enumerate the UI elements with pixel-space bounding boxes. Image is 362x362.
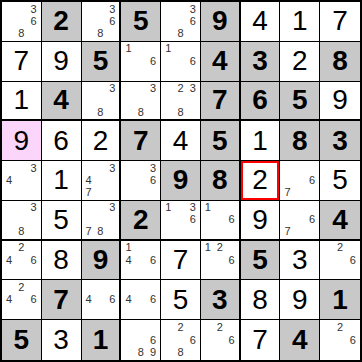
pencil-digit-6: 6 bbox=[187, 55, 199, 67]
pencil-digit-8: 8 bbox=[174, 106, 186, 118]
pencil-marks: 238 bbox=[162, 83, 199, 119]
cell-r2c6[interactable]: 4 bbox=[201, 42, 241, 82]
pencil-digit-3: 3 bbox=[28, 202, 40, 214]
cell-r4c9[interactable]: 3 bbox=[320, 121, 360, 161]
filled-digit: 1 bbox=[252, 127, 268, 155]
given-digit: 7 bbox=[133, 127, 149, 155]
filled-digit: 6 bbox=[53, 127, 69, 155]
filled-digit: 1 bbox=[14, 86, 30, 114]
pencil-digit-1: 1 bbox=[162, 43, 174, 55]
cell-r9c5[interactable]: 268 bbox=[161, 320, 201, 360]
pencil-digit-4: 4 bbox=[3, 254, 15, 266]
filled-digit: 9 bbox=[292, 286, 308, 314]
filled-digit: 2 bbox=[252, 166, 268, 194]
pencil-digit-6: 6 bbox=[28, 294, 40, 306]
filled-digit: 4 bbox=[173, 127, 189, 155]
cell-r7c1[interactable]: 246 bbox=[2, 241, 42, 281]
pencil-digit-8: 8 bbox=[94, 28, 106, 40]
cell-r6c3[interactable]: 378 bbox=[82, 201, 122, 241]
pencil-digit-8: 8 bbox=[135, 346, 147, 359]
pencil-marks: 26 bbox=[321, 242, 359, 279]
pencil-digit-6: 6 bbox=[147, 334, 159, 347]
pencil-digit-8: 8 bbox=[15, 28, 27, 40]
pencil-digit-6: 6 bbox=[226, 334, 238, 347]
cell-r5c2[interactable]: 1 bbox=[42, 161, 82, 201]
pencil-digit-7: 7 bbox=[83, 226, 95, 238]
cell-r2c3[interactable]: 5 bbox=[82, 42, 122, 82]
cell-r8c3[interactable]: 46 bbox=[82, 280, 122, 320]
given-digit: 2 bbox=[133, 206, 149, 234]
given-digit: 4 bbox=[332, 206, 348, 234]
filled-digit: 5 bbox=[53, 206, 69, 234]
cell-r2c5[interactable]: 16 bbox=[161, 42, 201, 82]
cell-r8c1[interactable]: 246 bbox=[2, 280, 42, 320]
pencil-digit-4: 4 bbox=[3, 294, 15, 306]
pencil-digit-1: 1 bbox=[202, 202, 214, 214]
pencil-digit-8: 8 bbox=[174, 28, 186, 40]
cell-r3c8[interactable]: 5 bbox=[280, 82, 320, 122]
cell-r8c6[interactable]: 3 bbox=[201, 280, 241, 320]
pencil-marks: 146 bbox=[122, 242, 159, 279]
cell-r2c7[interactable]: 3 bbox=[241, 42, 281, 82]
filled-digit: 7 bbox=[14, 47, 30, 75]
given-digit: 5 bbox=[14, 326, 30, 354]
sudoku-board: 3682368536894177951616432814383823876599… bbox=[0, 0, 362, 362]
pencil-marks: 38 bbox=[122, 83, 159, 119]
filled-digit: 3 bbox=[53, 326, 69, 354]
pencil-digit-6: 6 bbox=[187, 214, 199, 226]
pencil-marks: 368 bbox=[83, 3, 119, 40]
cell-r5c1[interactable]: 34 bbox=[2, 161, 42, 201]
pencil-digit-8: 8 bbox=[15, 226, 27, 238]
given-digit: 3 bbox=[212, 286, 228, 314]
pencil-marks: 16 bbox=[202, 202, 238, 238]
pencil-marks: 16 bbox=[122, 43, 159, 80]
cell-r7c8[interactable]: 3 bbox=[280, 241, 320, 281]
given-digit: 9 bbox=[173, 166, 189, 194]
pencil-digit-4: 4 bbox=[3, 174, 15, 186]
pencil-digit-3: 3 bbox=[28, 3, 40, 15]
pencil-digit-9: 9 bbox=[147, 346, 159, 359]
cell-r7c6[interactable]: 126 bbox=[201, 241, 241, 281]
filled-digit: 9 bbox=[332, 86, 348, 114]
cell-r2c9[interactable]: 8 bbox=[320, 42, 360, 82]
filled-digit: 7 bbox=[332, 7, 348, 35]
filled-digit: 5 bbox=[332, 166, 348, 194]
pencil-digit-6: 6 bbox=[28, 254, 40, 266]
pencil-marks: 246 bbox=[3, 242, 40, 279]
cell-r3c9[interactable]: 9 bbox=[320, 82, 360, 122]
cell-r6c2[interactable]: 5 bbox=[42, 201, 82, 241]
cell-r7c4[interactable]: 146 bbox=[121, 241, 161, 281]
pencil-digit-2: 2 bbox=[15, 281, 27, 293]
cell-r6c7[interactable]: 9 bbox=[241, 201, 281, 241]
cell-r3c3[interactable]: 38 bbox=[82, 82, 122, 122]
given-digit: 8 bbox=[292, 127, 308, 155]
filled-digit: 8 bbox=[252, 286, 268, 314]
pencil-digit-6: 6 bbox=[147, 254, 159, 266]
given-digit: 6 bbox=[252, 86, 268, 114]
cell-r8c7[interactable]: 8 bbox=[241, 280, 281, 320]
cell-r1c9[interactable]: 7 bbox=[320, 2, 360, 42]
filled-digit: 1 bbox=[53, 166, 69, 194]
filled-digit: 8 bbox=[53, 246, 69, 274]
cell-r8c5[interactable]: 5 bbox=[161, 280, 201, 320]
pencil-digit-6: 6 bbox=[28, 15, 40, 27]
cell-r1c2[interactable]: 2 bbox=[42, 2, 82, 42]
pencil-marks: 246 bbox=[3, 281, 40, 318]
pencil-digit-4: 4 bbox=[83, 174, 95, 186]
pencil-digit-6: 6 bbox=[346, 334, 359, 347]
pencil-marks: 67 bbox=[281, 162, 318, 199]
pencil-digit-8: 8 bbox=[94, 106, 106, 118]
pencil-marks: 368 bbox=[162, 3, 199, 40]
pencil-digit-7: 7 bbox=[83, 187, 95, 199]
cell-r3c2[interactable]: 4 bbox=[42, 82, 82, 122]
cell-r4c3[interactable]: 2 bbox=[82, 121, 122, 161]
cell-r5c5[interactable]: 9 bbox=[161, 161, 201, 201]
cell-r6c6[interactable]: 16 bbox=[201, 201, 241, 241]
cell-r3c4[interactable]: 38 bbox=[121, 82, 161, 122]
cell-r9c4[interactable]: 689 bbox=[121, 320, 161, 360]
given-digit: 2 bbox=[53, 7, 69, 35]
cell-r3c1[interactable]: 1 bbox=[2, 82, 42, 122]
cell-r8c4[interactable]: 46 bbox=[121, 280, 161, 320]
pencil-digit-2: 2 bbox=[174, 83, 186, 95]
cell-r8c2[interactable]: 7 bbox=[42, 280, 82, 320]
pencil-digit-8: 8 bbox=[135, 106, 147, 118]
cell-r9c3[interactable]: 1 bbox=[82, 320, 122, 360]
cell-r1c7[interactable]: 4 bbox=[241, 2, 281, 42]
given-digit: 3 bbox=[332, 127, 348, 155]
cell-r4c2[interactable]: 6 bbox=[42, 121, 82, 161]
cell-r6c8[interactable]: 67 bbox=[280, 201, 320, 241]
given-digit: 5 bbox=[212, 127, 228, 155]
filled-digit: 9 bbox=[252, 206, 268, 234]
given-digit: 1 bbox=[332, 286, 348, 314]
pencil-digit-1: 1 bbox=[202, 242, 214, 254]
cell-r5c8[interactable]: 67 bbox=[280, 161, 320, 201]
cell-r9c2[interactable]: 3 bbox=[42, 320, 82, 360]
pencil-digit-2: 2 bbox=[214, 242, 226, 254]
pencil-marks: 67 bbox=[281, 202, 318, 238]
pencil-digit-6: 6 bbox=[147, 174, 159, 186]
given-digit: 9 bbox=[93, 246, 109, 274]
cell-r7c7[interactable]: 5 bbox=[241, 241, 281, 281]
given-digit: 3 bbox=[252, 47, 268, 75]
filled-digit: 7 bbox=[252, 326, 268, 354]
cell-r4c4[interactable]: 7 bbox=[121, 121, 161, 161]
cell-r5c3[interactable]: 347 bbox=[82, 161, 122, 201]
cell-r1c5[interactable]: 368 bbox=[161, 2, 201, 42]
cell-r6c4[interactable]: 2 bbox=[121, 201, 161, 241]
cell-r9c6[interactable]: 26 bbox=[201, 320, 241, 360]
pencil-digit-6: 6 bbox=[306, 174, 318, 186]
filled-digit: 9 bbox=[53, 47, 69, 75]
cell-r1c3[interactable]: 368 bbox=[82, 2, 122, 42]
cell-r8c8[interactable]: 9 bbox=[280, 280, 320, 320]
given-digit: 4 bbox=[292, 326, 308, 354]
pencil-digit-7: 7 bbox=[281, 187, 293, 199]
pencil-marks: 268 bbox=[162, 321, 199, 359]
cell-r5c9[interactable]: 5 bbox=[320, 161, 360, 201]
pencil-marks: 26 bbox=[202, 321, 238, 359]
pencil-digit-2: 2 bbox=[214, 321, 226, 334]
cell-r6c9[interactable]: 4 bbox=[320, 201, 360, 241]
pencil-digit-3: 3 bbox=[28, 162, 40, 174]
pencil-digit-2: 2 bbox=[174, 321, 186, 334]
cell-r4c6[interactable]: 5 bbox=[201, 121, 241, 161]
pencil-marks: 38 bbox=[3, 202, 40, 238]
given-digit: 7 bbox=[212, 86, 228, 114]
filled-digit: 4 bbox=[252, 7, 268, 35]
pencil-digit-1: 1 bbox=[162, 202, 174, 214]
cell-r7c2[interactable]: 8 bbox=[42, 241, 82, 281]
pencil-marks: 46 bbox=[83, 281, 119, 318]
given-digit: 5 bbox=[292, 86, 308, 114]
cell-r1c4[interactable]: 5 bbox=[121, 2, 161, 42]
cell-r2c2[interactable]: 9 bbox=[42, 42, 82, 82]
pencil-digit-3: 3 bbox=[147, 83, 159, 95]
filled-digit: 9 bbox=[14, 127, 30, 155]
cell-r3c5[interactable]: 238 bbox=[161, 82, 201, 122]
pencil-marks: 34 bbox=[3, 162, 40, 199]
given-digit: 9 bbox=[212, 7, 228, 35]
pencil-digit-2: 2 bbox=[334, 321, 347, 334]
pencil-digit-3: 3 bbox=[187, 202, 199, 214]
pencil-marks: 46 bbox=[122, 281, 159, 318]
filled-digit: 2 bbox=[292, 47, 308, 75]
pencil-digit-4: 4 bbox=[122, 254, 134, 266]
pencil-marks: 126 bbox=[202, 242, 238, 279]
given-digit: 1 bbox=[93, 326, 109, 354]
cell-r2c1[interactable]: 7 bbox=[2, 42, 42, 82]
cell-r2c4[interactable]: 16 bbox=[121, 42, 161, 82]
cell-r4c7[interactable]: 1 bbox=[241, 121, 281, 161]
given-digit: 5 bbox=[252, 246, 268, 274]
pencil-digit-6: 6 bbox=[226, 254, 238, 266]
filled-digit: 5 bbox=[173, 286, 189, 314]
pencil-digit-6: 6 bbox=[346, 254, 359, 266]
cell-r5c4[interactable]: 36 bbox=[121, 161, 161, 201]
cell-r1c8[interactable]: 1 bbox=[280, 2, 320, 42]
pencil-digit-6: 6 bbox=[147, 55, 159, 67]
pencil-digit-4: 4 bbox=[83, 294, 95, 306]
cell-r9c1[interactable]: 5 bbox=[2, 320, 42, 360]
pencil-marks: 38 bbox=[83, 83, 119, 119]
cell-r3c6[interactable]: 7 bbox=[201, 82, 241, 122]
pencil-digit-2: 2 bbox=[334, 242, 347, 254]
pencil-digit-3: 3 bbox=[106, 162, 118, 174]
cell-r4c5[interactable]: 4 bbox=[161, 121, 201, 161]
pencil-digit-6: 6 bbox=[226, 214, 238, 226]
pencil-marks: 36 bbox=[122, 162, 159, 199]
cell-r7c3[interactable]: 9 bbox=[82, 241, 122, 281]
pencil-marks: 689 bbox=[122, 321, 159, 359]
pencil-marks: 136 bbox=[162, 202, 199, 238]
pencil-digit-3: 3 bbox=[147, 162, 159, 174]
filled-digit: 7 bbox=[173, 246, 189, 274]
cell-r7c9[interactable]: 26 bbox=[320, 241, 360, 281]
cell-r4c8[interactable]: 8 bbox=[280, 121, 320, 161]
cell-r9c7[interactable]: 7 bbox=[241, 320, 281, 360]
pencil-digit-6: 6 bbox=[187, 15, 199, 27]
cell-r1c6[interactable]: 9 bbox=[201, 2, 241, 42]
given-digit: 8 bbox=[212, 166, 228, 194]
pencil-digit-3: 3 bbox=[187, 83, 199, 95]
pencil-digit-2: 2 bbox=[15, 242, 27, 254]
cell-r2c8[interactable]: 2 bbox=[280, 42, 320, 82]
cell-r1c1[interactable]: 368 bbox=[2, 2, 42, 42]
cell-r3c7[interactable]: 6 bbox=[241, 82, 281, 122]
pencil-digit-4: 4 bbox=[122, 294, 134, 306]
pencil-digit-8: 8 bbox=[174, 346, 186, 359]
given-digit: 5 bbox=[133, 7, 149, 35]
cell-r6c1[interactable]: 38 bbox=[2, 201, 42, 241]
pencil-marks: 378 bbox=[83, 202, 119, 238]
pencil-digit-3: 3 bbox=[106, 83, 118, 95]
pencil-marks: 368 bbox=[3, 3, 40, 40]
pencil-digit-3: 3 bbox=[106, 202, 118, 214]
pencil-digit-7: 7 bbox=[281, 226, 293, 238]
pencil-digit-1: 1 bbox=[122, 242, 134, 254]
pencil-digit-6: 6 bbox=[106, 15, 118, 27]
given-digit: 8 bbox=[332, 47, 348, 75]
pencil-digit-6: 6 bbox=[106, 294, 118, 306]
cell-r4c1[interactable]: 9 bbox=[2, 121, 42, 161]
filled-digit: 2 bbox=[93, 127, 109, 155]
given-digit: 4 bbox=[53, 86, 69, 114]
pencil-digit-6: 6 bbox=[306, 214, 318, 226]
pencil-digit-3: 3 bbox=[106, 3, 118, 15]
cell-r9c8[interactable]: 4 bbox=[280, 320, 320, 360]
cell-r6c5[interactable]: 136 bbox=[161, 201, 201, 241]
cell-r5c6[interactable]: 8 bbox=[201, 161, 241, 201]
cell-r8c9[interactable]: 1 bbox=[320, 280, 360, 320]
given-digit: 7 bbox=[53, 286, 69, 314]
given-digit: 5 bbox=[93, 47, 109, 75]
pencil-marks: 16 bbox=[162, 43, 199, 80]
pencil-digit-3: 3 bbox=[187, 3, 199, 15]
cell-r5c7[interactable]: 2 bbox=[241, 161, 281, 201]
pencil-marks: 347 bbox=[83, 162, 119, 199]
pencil-digit-6: 6 bbox=[147, 294, 159, 306]
pencil-digit-8: 8 bbox=[94, 226, 106, 238]
filled-digit: 3 bbox=[292, 246, 308, 274]
pencil-digit-6: 6 bbox=[187, 334, 199, 347]
cell-r7c5[interactable]: 7 bbox=[161, 241, 201, 281]
filled-digit: 1 bbox=[292, 7, 308, 35]
cell-r9c9[interactable]: 26 bbox=[320, 320, 360, 360]
pencil-marks: 26 bbox=[321, 321, 359, 359]
pencil-digit-1: 1 bbox=[122, 43, 134, 55]
given-digit: 4 bbox=[212, 47, 228, 75]
